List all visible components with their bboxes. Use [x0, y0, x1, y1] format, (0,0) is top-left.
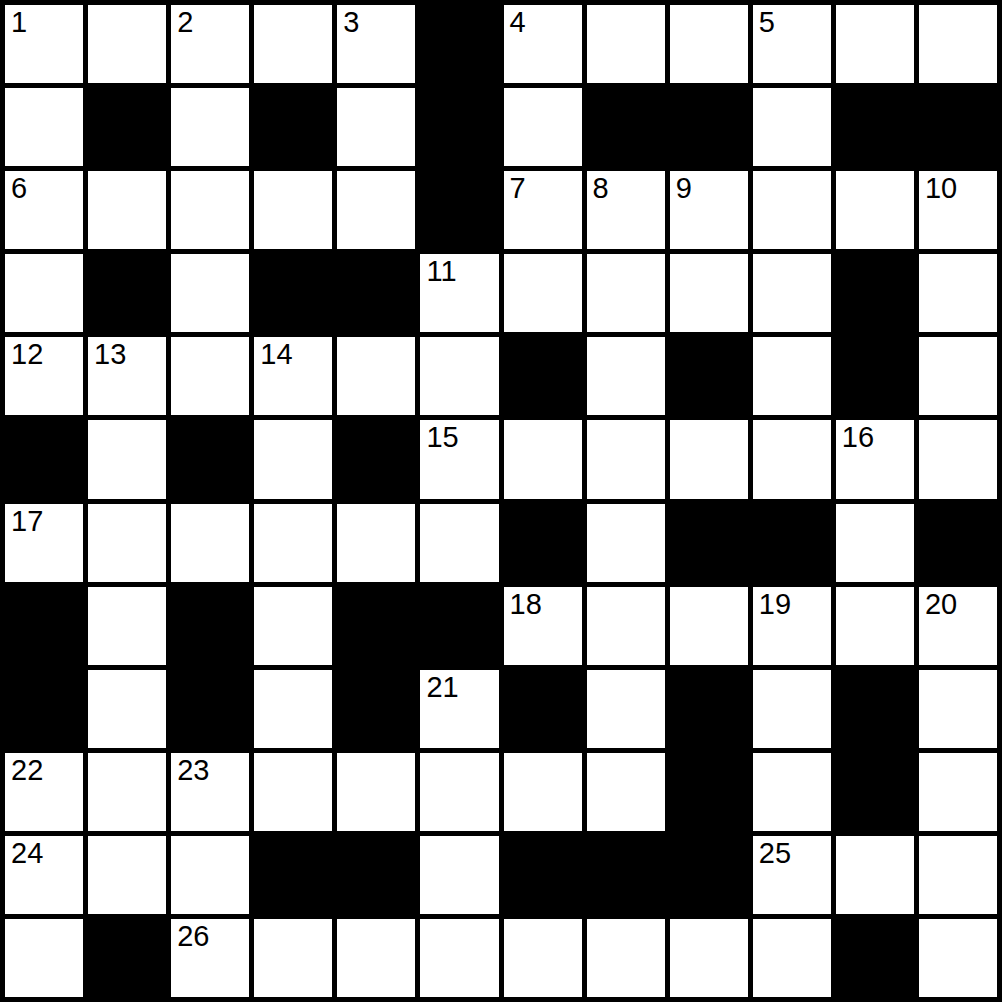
black-cell	[88, 88, 166, 166]
white-cell[interactable]	[420, 337, 498, 415]
black-cell	[5, 670, 83, 748]
white-cell[interactable]	[171, 171, 249, 249]
white-cell[interactable]	[171, 337, 249, 415]
white-cell[interactable]	[753, 88, 831, 166]
white-cell[interactable]	[670, 254, 748, 332]
white-cell[interactable]	[420, 504, 498, 582]
white-cell[interactable]	[254, 919, 332, 997]
clue-number: 25	[759, 837, 791, 870]
white-cell[interactable]	[919, 836, 997, 914]
white-cell[interactable]	[88, 670, 166, 748]
clue-number: 4	[510, 6, 526, 39]
white-cell[interactable]	[919, 254, 997, 332]
clue-number: 19	[759, 588, 791, 621]
black-cell	[919, 88, 997, 166]
black-cell	[171, 420, 249, 498]
clue-number: 9	[676, 172, 692, 205]
clue-number: 20	[925, 588, 957, 621]
white-cell[interactable]: 11	[420, 254, 498, 332]
clue-number: 24	[11, 837, 43, 870]
black-cell	[670, 337, 748, 415]
black-cell	[504, 836, 582, 914]
black-cell	[420, 587, 498, 665]
white-cell[interactable]: 12	[5, 337, 83, 415]
white-cell[interactable]	[88, 5, 166, 83]
white-cell[interactable]	[919, 420, 997, 498]
white-cell[interactable]: 6	[5, 171, 83, 249]
black-cell	[836, 919, 914, 997]
black-cell	[504, 670, 582, 748]
black-cell	[171, 670, 249, 748]
white-cell[interactable]	[919, 670, 997, 748]
white-cell[interactable]: 25	[753, 836, 831, 914]
white-cell[interactable]: 24	[5, 836, 83, 914]
clue-number: 17	[11, 505, 43, 538]
white-cell[interactable]: 23	[171, 753, 249, 831]
white-cell[interactable]	[836, 171, 914, 249]
clue-number: 7	[510, 172, 526, 205]
black-cell	[337, 420, 415, 498]
white-cell[interactable]	[753, 420, 831, 498]
white-cell[interactable]	[5, 88, 83, 166]
white-cell[interactable]: 19	[753, 587, 831, 665]
black-cell	[88, 254, 166, 332]
white-cell[interactable]	[88, 504, 166, 582]
white-cell[interactable]: 13	[88, 337, 166, 415]
black-cell	[337, 587, 415, 665]
white-cell[interactable]	[836, 504, 914, 582]
white-cell[interactable]	[88, 587, 166, 665]
black-cell	[5, 420, 83, 498]
white-cell[interactable]	[337, 919, 415, 997]
white-cell[interactable]	[337, 753, 415, 831]
white-cell[interactable]	[420, 836, 498, 914]
white-cell[interactable]: 3	[337, 5, 415, 83]
black-cell	[5, 587, 83, 665]
white-cell[interactable]	[88, 171, 166, 249]
black-cell	[919, 504, 997, 582]
white-cell[interactable]	[88, 753, 166, 831]
black-cell	[254, 836, 332, 914]
clue-number: 1	[11, 6, 27, 39]
white-cell[interactable]	[337, 337, 415, 415]
white-cell[interactable]	[670, 420, 748, 498]
clue-number: 11	[426, 255, 456, 288]
white-cell[interactable]	[420, 919, 498, 997]
white-cell[interactable]	[254, 5, 332, 83]
white-cell[interactable]	[836, 5, 914, 83]
clue-number: 15	[426, 421, 458, 454]
white-cell[interactable]: 5	[753, 5, 831, 83]
black-cell	[670, 88, 748, 166]
white-cell[interactable]	[919, 919, 997, 997]
black-cell	[504, 504, 582, 582]
black-cell	[337, 670, 415, 748]
black-cell	[587, 836, 665, 914]
white-cell[interactable]: 26	[171, 919, 249, 997]
black-cell	[337, 836, 415, 914]
white-cell[interactable]	[670, 919, 748, 997]
white-cell[interactable]	[5, 919, 83, 997]
white-cell[interactable]	[171, 504, 249, 582]
black-cell	[836, 254, 914, 332]
black-cell	[420, 171, 498, 249]
white-cell[interactable]	[587, 919, 665, 997]
white-cell[interactable]	[753, 670, 831, 748]
white-cell[interactable]	[919, 337, 997, 415]
white-cell[interactable]: 2	[171, 5, 249, 83]
black-cell	[670, 836, 748, 914]
white-cell[interactable]: 10	[919, 171, 997, 249]
white-cell[interactable]: 7	[504, 171, 582, 249]
clue-number: 8	[593, 172, 609, 205]
white-cell[interactable]	[254, 670, 332, 748]
white-cell[interactable]	[587, 337, 665, 415]
white-cell[interactable]	[587, 670, 665, 748]
white-cell[interactable]	[254, 504, 332, 582]
white-cell[interactable]	[254, 171, 332, 249]
clue-number: 12	[11, 338, 43, 371]
black-cell	[836, 337, 914, 415]
clue-number: 10	[925, 172, 957, 205]
white-cell[interactable]: 14	[254, 337, 332, 415]
white-cell[interactable]: 21	[420, 670, 498, 748]
black-cell	[753, 504, 831, 582]
white-cell[interactable]	[587, 420, 665, 498]
white-cell[interactable]	[753, 337, 831, 415]
white-cell[interactable]: 17	[5, 504, 83, 582]
clue-number: 14	[260, 338, 292, 371]
black-cell	[254, 88, 332, 166]
crossword-board: 1234567891011121314151617181920212223242…	[0, 0, 1002, 1002]
clue-number: 16	[842, 421, 874, 454]
white-cell[interactable]: 15	[420, 420, 498, 498]
white-cell[interactable]: 16	[836, 420, 914, 498]
white-cell[interactable]	[587, 504, 665, 582]
clue-number: 18	[510, 588, 542, 621]
white-cell[interactable]	[88, 836, 166, 914]
white-cell[interactable]	[5, 254, 83, 332]
clue-number: 21	[426, 671, 458, 704]
clue-number: 3	[343, 6, 359, 39]
white-cell[interactable]	[337, 88, 415, 166]
clue-number: 2	[177, 6, 193, 39]
white-cell[interactable]: 8	[587, 171, 665, 249]
white-cell[interactable]	[919, 753, 997, 831]
white-cell[interactable]	[254, 753, 332, 831]
black-cell	[420, 5, 498, 83]
white-cell[interactable]	[670, 5, 748, 83]
white-cell[interactable]	[254, 587, 332, 665]
white-cell[interactable]	[504, 919, 582, 997]
white-cell[interactable]	[587, 5, 665, 83]
white-cell[interactable]: 1	[5, 5, 83, 83]
white-cell[interactable]	[587, 753, 665, 831]
white-cell[interactable]	[753, 254, 831, 332]
black-cell	[670, 504, 748, 582]
white-cell[interactable]	[88, 420, 166, 498]
black-cell	[504, 337, 582, 415]
black-cell	[836, 753, 914, 831]
white-cell[interactable]	[670, 587, 748, 665]
white-cell[interactable]	[171, 254, 249, 332]
white-cell[interactable]	[836, 587, 914, 665]
white-cell[interactable]	[504, 88, 582, 166]
black-cell	[836, 88, 914, 166]
white-cell[interactable]	[836, 836, 914, 914]
black-cell	[254, 254, 332, 332]
clue-number: 6	[11, 172, 27, 205]
black-cell	[836, 670, 914, 748]
white-cell[interactable]	[171, 836, 249, 914]
black-cell	[670, 753, 748, 831]
white-cell[interactable]: 4	[504, 5, 582, 83]
white-cell[interactable]	[420, 753, 498, 831]
black-cell	[420, 88, 498, 166]
clue-number: 23	[177, 754, 209, 787]
clue-number: 5	[759, 6, 775, 39]
black-cell	[337, 254, 415, 332]
white-cell[interactable]	[753, 171, 831, 249]
clue-number: 13	[94, 338, 126, 371]
black-cell	[587, 88, 665, 166]
white-cell[interactable]	[587, 587, 665, 665]
clue-number: 22	[11, 754, 43, 787]
black-cell	[670, 670, 748, 748]
white-cell[interactable]	[753, 919, 831, 997]
white-cell[interactable]	[337, 504, 415, 582]
white-cell[interactable]: 9	[670, 171, 748, 249]
white-cell[interactable]	[753, 753, 831, 831]
white-cell[interactable]	[587, 254, 665, 332]
white-cell[interactable]: 20	[919, 587, 997, 665]
white-cell[interactable]	[504, 420, 582, 498]
black-cell	[88, 919, 166, 997]
white-cell[interactable]: 18	[504, 587, 582, 665]
black-cell	[171, 587, 249, 665]
white-cell[interactable]: 22	[5, 753, 83, 831]
white-cell[interactable]	[171, 88, 249, 166]
white-cell[interactable]	[337, 171, 415, 249]
clue-number: 26	[177, 920, 209, 953]
white-cell[interactable]	[254, 420, 332, 498]
white-cell[interactable]	[504, 753, 582, 831]
white-cell[interactable]	[504, 254, 582, 332]
white-cell[interactable]	[919, 5, 997, 83]
